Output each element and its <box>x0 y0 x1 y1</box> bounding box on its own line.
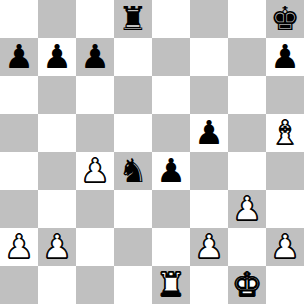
square-h5[interactable]: ♝ <box>266 114 304 152</box>
square-c5[interactable] <box>76 114 114 152</box>
square-b5[interactable] <box>38 114 76 152</box>
square-d8[interactable]: ♜ <box>114 0 152 38</box>
white-pawn-f2[interactable]: ♟ <box>194 228 224 266</box>
white-pawn-c4[interactable]: ♟ <box>80 152 110 190</box>
square-g5[interactable] <box>228 114 266 152</box>
white-pawn-h2[interactable]: ♟ <box>270 228 300 266</box>
square-e8[interactable] <box>152 0 190 38</box>
square-c1[interactable] <box>76 266 114 304</box>
white-bishop-h5[interactable]: ♝ <box>270 114 300 152</box>
square-b2[interactable]: ♟ <box>38 228 76 266</box>
square-f3[interactable] <box>190 190 228 228</box>
square-h3[interactable] <box>266 190 304 228</box>
black-pawn-h7[interactable]: ♟ <box>270 38 300 76</box>
square-d2[interactable] <box>114 228 152 266</box>
square-h8[interactable]: ♚ <box>266 0 304 38</box>
square-e1[interactable]: ♜ <box>152 266 190 304</box>
square-g8[interactable] <box>228 0 266 38</box>
black-rook-d8[interactable]: ♜ <box>118 0 148 38</box>
square-e6[interactable] <box>152 76 190 114</box>
square-h4[interactable] <box>266 152 304 190</box>
square-c3[interactable] <box>76 190 114 228</box>
square-a4[interactable] <box>0 152 38 190</box>
square-b6[interactable] <box>38 76 76 114</box>
square-e7[interactable] <box>152 38 190 76</box>
square-g7[interactable] <box>228 38 266 76</box>
black-king-h8[interactable]: ♚ <box>270 0 300 38</box>
square-g3[interactable]: ♟ <box>228 190 266 228</box>
square-h2[interactable]: ♟ <box>266 228 304 266</box>
square-d3[interactable] <box>114 190 152 228</box>
square-g2[interactable] <box>228 228 266 266</box>
square-c2[interactable] <box>76 228 114 266</box>
square-a8[interactable] <box>0 0 38 38</box>
square-c8[interactable] <box>76 0 114 38</box>
square-g6[interactable] <box>228 76 266 114</box>
square-b7[interactable]: ♟ <box>38 38 76 76</box>
white-rook-e1[interactable]: ♜ <box>156 266 186 304</box>
white-pawn-a2[interactable]: ♟ <box>4 228 34 266</box>
square-f6[interactable] <box>190 76 228 114</box>
square-d6[interactable] <box>114 76 152 114</box>
square-d1[interactable] <box>114 266 152 304</box>
square-h1[interactable] <box>266 266 304 304</box>
square-e4[interactable]: ♟ <box>152 152 190 190</box>
square-c7[interactable]: ♟ <box>76 38 114 76</box>
square-e5[interactable] <box>152 114 190 152</box>
square-a6[interactable] <box>0 76 38 114</box>
square-a2[interactable]: ♟ <box>0 228 38 266</box>
square-a7[interactable]: ♟ <box>0 38 38 76</box>
chess-board: ♜♚♟♟♟♟♟♝♟♞♟♟♟♟♟♟♜♚ <box>0 0 304 304</box>
black-pawn-f5[interactable]: ♟ <box>194 114 224 152</box>
square-f8[interactable] <box>190 0 228 38</box>
square-e3[interactable] <box>152 190 190 228</box>
square-b4[interactable] <box>38 152 76 190</box>
square-f2[interactable]: ♟ <box>190 228 228 266</box>
square-d7[interactable] <box>114 38 152 76</box>
square-b1[interactable] <box>38 266 76 304</box>
square-f4[interactable] <box>190 152 228 190</box>
square-a3[interactable] <box>0 190 38 228</box>
black-pawn-a7[interactable]: ♟ <box>4 38 34 76</box>
black-pawn-b7[interactable]: ♟ <box>42 38 72 76</box>
square-d5[interactable] <box>114 114 152 152</box>
square-b8[interactable] <box>38 0 76 38</box>
square-d4[interactable]: ♞ <box>114 152 152 190</box>
square-b3[interactable] <box>38 190 76 228</box>
square-c6[interactable] <box>76 76 114 114</box>
square-g4[interactable] <box>228 152 266 190</box>
black-pawn-c7[interactable]: ♟ <box>80 38 110 76</box>
square-f5[interactable]: ♟ <box>190 114 228 152</box>
black-pawn-e4[interactable]: ♟ <box>156 152 186 190</box>
square-c4[interactable]: ♟ <box>76 152 114 190</box>
white-pawn-b2[interactable]: ♟ <box>42 228 72 266</box>
black-knight-d4[interactable]: ♞ <box>118 152 148 190</box>
square-e2[interactable] <box>152 228 190 266</box>
square-h6[interactable] <box>266 76 304 114</box>
square-h7[interactable]: ♟ <box>266 38 304 76</box>
white-pawn-g3[interactable]: ♟ <box>232 190 262 228</box>
square-f1[interactable] <box>190 266 228 304</box>
square-a1[interactable] <box>0 266 38 304</box>
square-f7[interactable] <box>190 38 228 76</box>
square-a5[interactable] <box>0 114 38 152</box>
chess-board-container: ♜♚♟♟♟♟♟♝♟♞♟♟♟♟♟♟♜♚ <box>0 0 304 304</box>
square-g1[interactable]: ♚ <box>228 266 266 304</box>
white-king-g1[interactable]: ♚ <box>232 266 262 304</box>
